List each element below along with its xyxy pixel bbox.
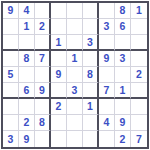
cell-r3c6[interactable]: 3 [83,35,99,51]
cell-r2c2[interactable]: 1 [19,19,35,35]
cell-r9c6[interactable] [83,131,99,147]
cell-r1c7[interactable] [99,3,115,19]
cell-r3c8[interactable] [115,35,131,51]
cell-r5c7[interactable] [99,67,115,83]
cell-r1c8[interactable]: 8 [115,3,131,19]
cell-r4c3[interactable]: 7 [35,51,51,67]
cell-r7c1[interactable] [3,99,19,115]
cell-r6c4[interactable] [51,83,67,99]
cell-r4c6[interactable] [83,51,99,67]
cell-r1c4[interactable] [51,3,67,19]
cell-r1c5[interactable] [67,3,83,19]
cell-r6c8[interactable]: 1 [115,83,131,99]
cell-r9c8[interactable]: 2 [115,131,131,147]
sudoku-board: 9481123613871935982693712128493927 [1,1,149,149]
cell-r5c9[interactable]: 2 [131,67,147,83]
cell-r7c7[interactable] [99,99,115,115]
cell-r5c8[interactable] [115,67,131,83]
cell-r6c2[interactable]: 6 [19,83,35,99]
cell-r5c4[interactable]: 9 [51,67,67,83]
cell-r3c5[interactable] [67,35,83,51]
cell-r7c5[interactable] [67,99,83,115]
cell-r6c3[interactable]: 9 [35,83,51,99]
cell-r6c9[interactable] [131,83,147,99]
cell-r5c5[interactable] [67,67,83,83]
cell-r9c1[interactable]: 3 [3,131,19,147]
cell-r3c3[interactable] [35,35,51,51]
cell-r6c5[interactable]: 3 [67,83,83,99]
cell-r2c1[interactable] [3,19,19,35]
cell-r7c2[interactable] [19,99,35,115]
cell-r2c8[interactable]: 6 [115,19,131,35]
cell-r9c7[interactable] [99,131,115,147]
cell-r5c3[interactable] [35,67,51,83]
sudoku-page: 9481123613871935982693712128493927 [0,0,150,150]
cell-r2c3[interactable]: 2 [35,19,51,35]
cell-r8c2[interactable]: 2 [19,115,35,131]
cell-r2c4[interactable] [51,19,67,35]
cell-r1c2[interactable]: 4 [19,3,35,19]
cell-r7c8[interactable] [115,99,131,115]
cell-r3c9[interactable] [131,35,147,51]
cell-r8c5[interactable] [67,115,83,131]
cell-r4c1[interactable] [3,51,19,67]
cell-r9c5[interactable] [67,131,83,147]
cell-r4c7[interactable]: 9 [99,51,115,67]
cell-r6c1[interactable] [3,83,19,99]
cell-r7c9[interactable] [131,99,147,115]
cell-r1c9[interactable]: 1 [131,3,147,19]
cell-r9c3[interactable] [35,131,51,147]
cell-r4c9[interactable] [131,51,147,67]
cell-r4c8[interactable]: 3 [115,51,131,67]
cell-r6c6[interactable] [83,83,99,99]
cell-r8c3[interactable]: 8 [35,115,51,131]
cell-r8c4[interactable] [51,115,67,131]
cell-r2c5[interactable] [67,19,83,35]
cell-r9c9[interactable]: 7 [131,131,147,147]
cell-r8c9[interactable] [131,115,147,131]
cell-r3c4[interactable]: 1 [51,35,67,51]
cell-r8c8[interactable]: 9 [115,115,131,131]
cell-r2c6[interactable] [83,19,99,35]
cell-r1c6[interactable] [83,3,99,19]
cell-r9c2[interactable]: 9 [19,131,35,147]
cell-r8c7[interactable]: 4 [99,115,115,131]
cell-r8c6[interactable] [83,115,99,131]
cell-r4c4[interactable] [51,51,67,67]
cell-r3c2[interactable] [19,35,35,51]
cell-r8c1[interactable] [3,115,19,131]
cell-r4c2[interactable]: 8 [19,51,35,67]
cell-r6c7[interactable]: 7 [99,83,115,99]
cell-r3c7[interactable] [99,35,115,51]
cell-r2c7[interactable]: 3 [99,19,115,35]
cell-r5c2[interactable] [19,67,35,83]
cell-r5c6[interactable]: 8 [83,67,99,83]
cell-r7c4[interactable]: 2 [51,99,67,115]
cell-r1c3[interactable] [35,3,51,19]
cell-r9c4[interactable] [51,131,67,147]
cell-r7c6[interactable]: 1 [83,99,99,115]
cell-r1c1[interactable]: 9 [3,3,19,19]
cell-r3c1[interactable] [3,35,19,51]
cell-r4c5[interactable]: 1 [67,51,83,67]
cell-r2c9[interactable] [131,19,147,35]
cell-r5c1[interactable]: 5 [3,67,19,83]
cell-r7c3[interactable] [35,99,51,115]
